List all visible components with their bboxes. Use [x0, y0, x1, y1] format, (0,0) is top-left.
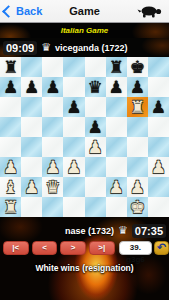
white-bishop-a2: ♝ — [0, 177, 21, 197]
square-a6[interactable] — [0, 97, 21, 117]
black-queen-e7: ♛ — [85, 77, 106, 97]
square-g8[interactable]: ♚ — [127, 57, 148, 77]
square-h4[interactable] — [148, 137, 169, 157]
white-pawn-f2: ♟ — [106, 177, 127, 197]
square-h1[interactable] — [148, 197, 169, 217]
square-a8[interactable]: ♜ — [0, 57, 21, 77]
square-f2[interactable]: ♟ — [106, 177, 127, 197]
square-h2[interactable] — [148, 177, 169, 197]
top-player-row: 09:09 ♛ viceganda (1722) — [0, 38, 169, 57]
crown-icon: ♛ — [118, 224, 128, 238]
square-d2[interactable] — [63, 177, 84, 197]
square-h3[interactable]: ♟ — [148, 157, 169, 177]
square-d8[interactable] — [63, 57, 84, 77]
opening-strip: Italian Game — [0, 23, 169, 38]
square-a1[interactable]: ♜ — [0, 197, 21, 217]
square-g2[interactable]: ♟ — [127, 177, 148, 197]
black-pawn-f7: ♟ — [106, 77, 127, 97]
square-b5[interactable] — [21, 117, 42, 137]
square-c8[interactable] — [42, 57, 63, 77]
black-rook-f8: ♜ — [106, 57, 127, 77]
square-g5[interactable] — [127, 117, 148, 137]
square-d6[interactable]: ♟ — [63, 97, 84, 117]
navigation-bar: Back Game — [0, 0, 169, 23]
white-king-g1: ♚ — [127, 197, 148, 217]
result-row: White wins (resignation) — [0, 257, 169, 275]
square-h7[interactable] — [148, 77, 169, 97]
square-a2[interactable]: ♝ — [0, 177, 21, 197]
black-pawn-e5: ♟ — [85, 117, 106, 137]
square-e1[interactable] — [85, 197, 106, 217]
white-pawn-h3: ♟ — [148, 157, 169, 177]
game-result-text: White wins (resignation) — [35, 263, 133, 273]
chess-board[interactable]: ♜♜♚♟♟♟♛♟♟♟♜♟♟♟♟♟♟♟♝♟♛♟♟♜♚ — [0, 57, 169, 217]
square-c6[interactable] — [42, 97, 63, 117]
square-c1[interactable] — [42, 197, 63, 217]
game-content: Italian Game 09:09 ♛ viceganda (1722) ♜♜… — [0, 23, 169, 300]
square-e6[interactable] — [85, 97, 106, 117]
top-player-name: viceganda (1722) — [55, 43, 128, 53]
square-h5[interactable] — [148, 117, 169, 137]
first-move-button[interactable]: |< — [3, 241, 29, 255]
square-b8[interactable] — [21, 57, 42, 77]
opening-name: Italian Game — [61, 26, 109, 35]
crown-icon: ♛ — [41, 41, 51, 55]
white-pawn-b2: ♟ — [21, 177, 42, 197]
white-rook-a1: ♜ — [0, 197, 21, 217]
black-rook-a8: ♜ — [0, 57, 21, 77]
square-c3[interactable]: ♟ — [42, 157, 63, 177]
black-pawn-d6: ♟ — [63, 97, 84, 117]
black-pawn-a7: ♟ — [0, 77, 21, 97]
square-d3[interactable]: ♟ — [63, 157, 84, 177]
square-b6[interactable] — [21, 97, 42, 117]
white-pawn-e4: ♟ — [85, 137, 106, 157]
square-b1[interactable] — [21, 197, 42, 217]
white-pawn-a3: ♟ — [0, 157, 21, 177]
square-g4[interactable] — [127, 137, 148, 157]
square-d5[interactable] — [63, 117, 84, 137]
white-pawn-g2: ♟ — [127, 177, 148, 197]
square-c5[interactable] — [42, 117, 63, 137]
white-pawn-c3: ♟ — [42, 157, 63, 177]
square-b7[interactable]: ♟ — [21, 77, 42, 97]
square-f7[interactable]: ♟ — [106, 77, 127, 97]
prev-move-button[interactable]: < — [32, 241, 58, 255]
square-a7[interactable]: ♟ — [0, 77, 21, 97]
square-d7[interactable] — [63, 77, 84, 97]
square-e7[interactable]: ♛ — [85, 77, 106, 97]
square-f6[interactable] — [106, 97, 127, 117]
bottom-player-clock: 07:35 — [132, 224, 166, 238]
top-player-clock: 09:09 — [3, 41, 37, 55]
square-c7[interactable]: ♟ — [42, 77, 63, 97]
bottom-player-name: nase (1732) — [65, 226, 114, 236]
square-g3[interactable] — [127, 157, 148, 177]
black-pawn-b7: ♟ — [21, 77, 42, 97]
square-g1[interactable]: ♚ — [127, 197, 148, 217]
square-h8[interactable] — [148, 57, 169, 77]
black-pawn-c7: ♟ — [42, 77, 63, 97]
square-c4[interactable] — [42, 137, 63, 157]
next-move-button[interactable]: > — [60, 241, 86, 255]
square-d4[interactable] — [63, 137, 84, 157]
square-d1[interactable] — [63, 197, 84, 217]
square-f1[interactable] — [106, 197, 127, 217]
black-pawn-g7: ♟ — [127, 77, 148, 97]
square-f3[interactable] — [106, 157, 127, 177]
undo-arrow-icon[interactable]: ↶ — [154, 241, 169, 255]
square-g7[interactable]: ♟ — [127, 77, 148, 97]
square-b2[interactable]: ♟ — [21, 177, 42, 197]
square-e5[interactable]: ♟ — [85, 117, 106, 137]
black-king-g8: ♚ — [127, 57, 148, 77]
square-g6[interactable]: ♜ — [127, 97, 148, 117]
square-f5[interactable] — [106, 117, 127, 137]
square-e2[interactable] — [85, 177, 106, 197]
square-e3[interactable] — [85, 157, 106, 177]
bottom-panel: nase (1732) ♛ 07:35 |< < > >| 39. g3g6 ↶… — [0, 217, 169, 300]
square-f4[interactable] — [106, 137, 127, 157]
square-c2[interactable]: ♛ — [42, 177, 63, 197]
square-e8[interactable] — [85, 57, 106, 77]
square-f8[interactable]: ♜ — [106, 57, 127, 77]
move-controls: |< < > >| 39. g3g6 ↶ — [0, 240, 169, 256]
black-pawn-h6: ♟ — [148, 97, 169, 117]
square-e4[interactable]: ♟ — [85, 137, 106, 157]
bottom-player-row: nase (1732) ♛ 07:35 — [65, 223, 166, 238]
current-move-display[interactable]: 39. g3g6 — [119, 241, 153, 255]
last-move-button[interactable]: >| — [89, 241, 115, 255]
app-window: Back Game Italian Game 09:09 ♛ viceganda… — [0, 0, 169, 300]
square-a5[interactable] — [0, 117, 21, 137]
square-a4[interactable] — [0, 137, 21, 157]
white-pawn-d3: ♟ — [63, 157, 84, 177]
square-b4[interactable] — [21, 137, 42, 157]
white-rook-g6: ♜ — [127, 97, 148, 117]
square-b3[interactable] — [21, 157, 42, 177]
white-queen-c2: ♛ — [42, 177, 63, 197]
turtle-icon[interactable] — [137, 4, 163, 19]
square-h6[interactable]: ♟ — [148, 97, 169, 117]
square-a3[interactable]: ♟ — [0, 157, 21, 177]
